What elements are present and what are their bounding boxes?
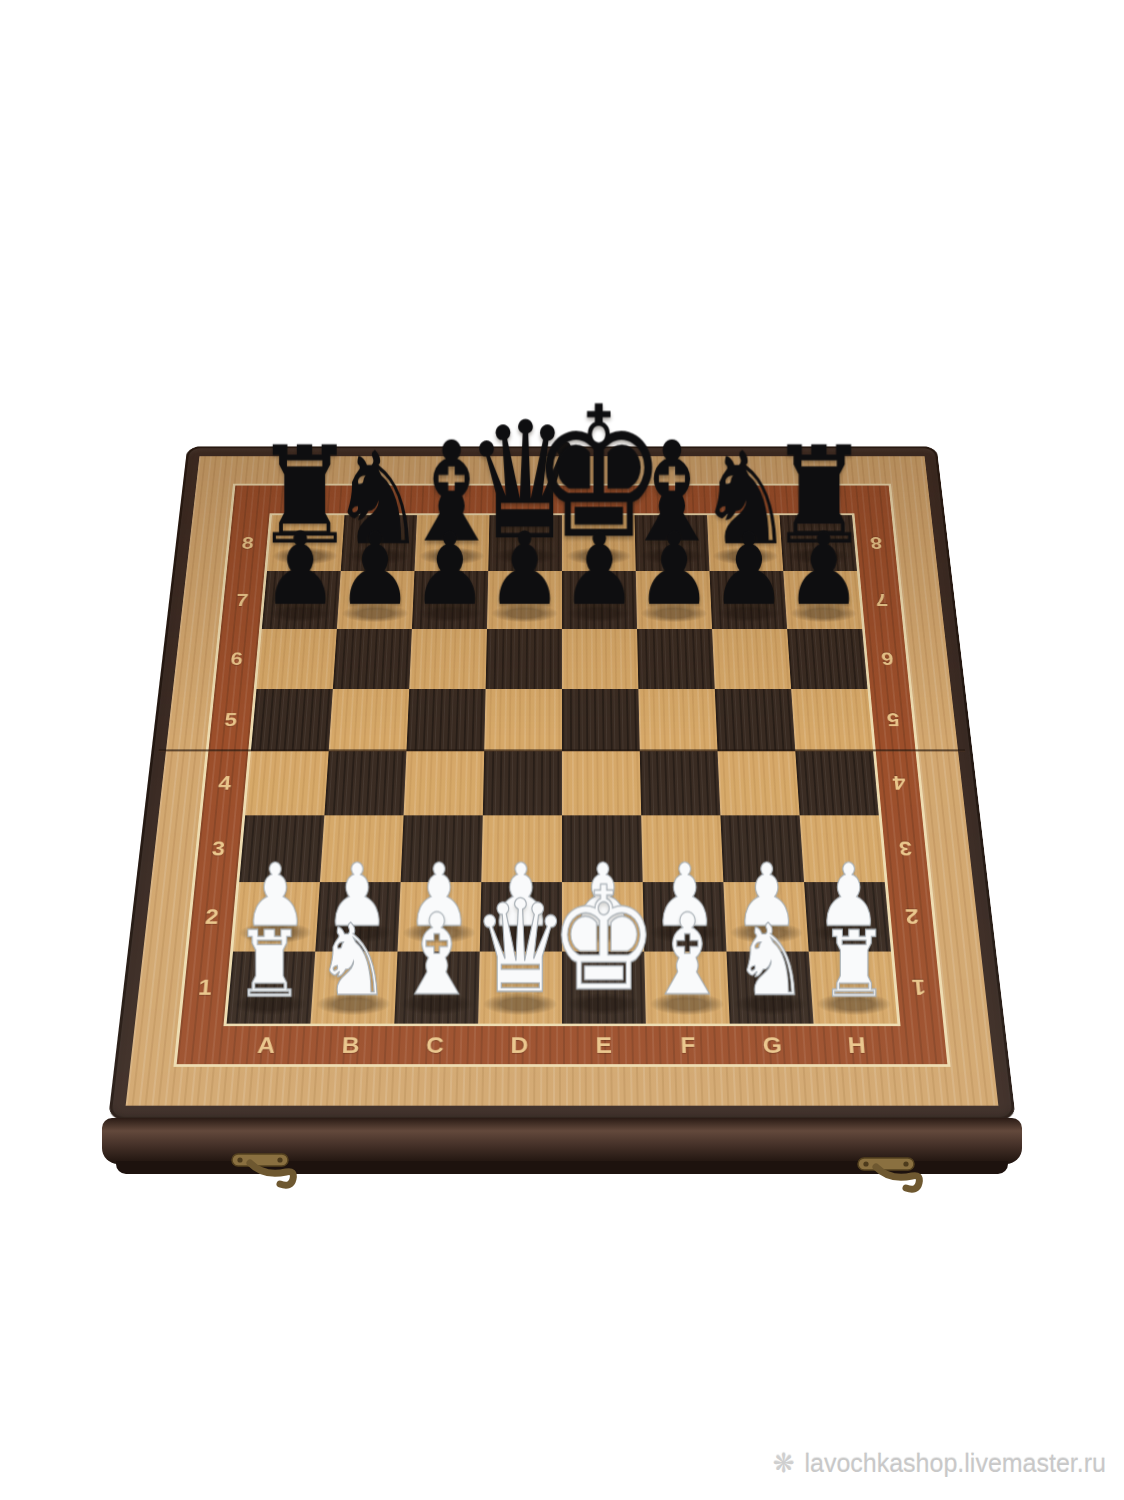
piece-black-pawn-a7[interactable]: ♟ [262,521,338,617]
piece-black-pawn-c7[interactable]: ♟ [412,521,488,617]
cell-c5 [406,689,485,751]
piece-white-rook-a1[interactable]: ♜ [235,922,304,1009]
piece-white-bishop-f1[interactable]: ♝ [645,901,730,1008]
pieces-layer: ♜♞♝♛♚♝♞♜♟♟♟♟♟♟♟♟♟♟♟♟♟♟♟♟♜♞♝♛♚♝♞♜ [227,515,898,1023]
piece-black-pawn-f7[interactable]: ♟ [636,521,712,617]
cell-e6 [562,629,638,689]
cell-f1: ♝ [644,952,729,1024]
snowflake-ornament-icon: ❋ [773,1448,795,1479]
piece-white-knight-g1[interactable]: ♞ [733,914,808,1008]
cell-g5 [715,689,796,751]
cell-g4 [718,751,800,815]
cell-h5 [791,689,873,751]
cell-b1: ♞ [310,952,397,1024]
piece-black-pawn-h7[interactable]: ♟ [786,521,862,617]
cell-d7: ♟ [487,571,562,629]
cell-e7: ♟ [562,571,637,629]
clasp-latch-right [856,1154,932,1202]
cell-a7: ♟ [262,571,341,629]
cell-c4 [404,751,485,815]
photo-canvas: 8877665544332211ABCDEFGH ♜♞♝♛♚♝♞♜♟♟♟♟♟♟♟… [0,0,1124,1500]
piece-black-pawn-g7[interactable]: ♟ [711,521,787,617]
cell-f7: ♟ [636,571,712,629]
cell-e1: ♚ [562,952,646,1024]
cell-h4 [795,751,879,815]
cell-a1: ♜ [227,952,316,1024]
cell-g6 [712,629,791,689]
cell-h1: ♜ [809,952,898,1024]
piece-white-bishop-c1[interactable]: ♝ [394,901,479,1008]
cell-d6 [486,629,562,689]
cell-e5 [562,689,640,751]
watermark: ❋ lavochkashop.livemaster.ru [773,1448,1106,1479]
piece-black-pawn-d7[interactable]: ♟ [487,521,563,617]
watermark-text: lavochkashop.livemaster.ru [804,1449,1106,1478]
board-scene: 8877665544332211ABCDEFGH ♜♞♝♛♚♝♞♜♟♟♟♟♟♟♟… [108,212,1016,1120]
cell-f4 [640,751,721,815]
cell-h6 [787,629,867,689]
cell-g7: ♟ [710,571,788,629]
cell-c7: ♟ [412,571,488,629]
cell-c6 [409,629,487,689]
cell-e4 [562,751,641,815]
cell-f5 [638,689,717,751]
clasp-latch-left [230,1150,306,1198]
cell-b7: ♟ [337,571,415,629]
cell-b4 [324,751,406,815]
cell-f6 [637,629,715,689]
cell-a4 [245,751,329,815]
cell-b5 [329,689,410,751]
piece-white-queen-d1[interactable]: ♛ [472,887,569,1009]
cell-a6 [256,629,336,689]
piece-white-knight-b1[interactable]: ♞ [316,914,391,1008]
piece-black-pawn-b7[interactable]: ♟ [337,521,413,617]
cell-d4 [483,751,562,815]
piece-black-pawn-e7[interactable]: ♟ [561,521,637,617]
cell-g1: ♞ [726,952,813,1024]
cell-d5 [484,689,562,751]
cell-h7: ♟ [783,571,862,629]
cell-b6 [333,629,412,689]
chess-board: 8877665544332211ABCDEFGH ♜♞♝♛♚♝♞♜♟♟♟♟♟♟♟… [108,446,1016,1120]
cell-d1: ♛ [478,952,562,1024]
piece-white-rook-h1[interactable]: ♜ [820,922,889,1009]
cell-a5 [251,689,333,751]
cell-c1: ♝ [394,952,479,1024]
